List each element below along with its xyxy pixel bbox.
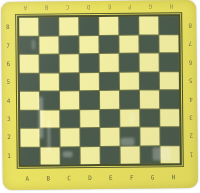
- coordinate-label: 7: [6, 36, 10, 54]
- square-d2[interactable]: [80, 128, 99, 146]
- square-d7[interactable]: [79, 36, 98, 54]
- square-f3[interactable]: [120, 109, 139, 127]
- square-d1[interactable]: [81, 147, 100, 165]
- coordinate-label: 5: [188, 71, 192, 89]
- square-g3[interactable]: [140, 109, 159, 127]
- square-c8[interactable]: [59, 17, 78, 35]
- coordinate-label: 8: [188, 16, 192, 34]
- rank-labels-right: 87654321: [184, 16, 197, 163]
- square-g1[interactable]: [141, 146, 160, 164]
- square-g6[interactable]: [140, 53, 159, 71]
- square-c5[interactable]: [60, 73, 79, 91]
- square-f7[interactable]: [119, 35, 138, 53]
- coordinate-label: D: [78, 4, 99, 10]
- square-e7[interactable]: [99, 35, 118, 53]
- coordinate-label: B: [38, 175, 59, 181]
- square-c4[interactable]: [60, 91, 79, 109]
- square-g2[interactable]: [140, 127, 159, 145]
- coordinate-label: 1: [189, 145, 193, 163]
- coordinate-label: D: [79, 175, 100, 181]
- coordinate-label: 5: [6, 73, 10, 91]
- coordinate-label: G: [140, 3, 161, 9]
- coordinate-label: H: [161, 3, 182, 9]
- square-a3[interactable]: [20, 110, 39, 128]
- square-h2[interactable]: [160, 127, 179, 145]
- square-h8[interactable]: [159, 16, 178, 34]
- coordinate-label: 1: [7, 147, 11, 165]
- square-b6[interactable]: [40, 54, 59, 72]
- square-h7[interactable]: [159, 35, 178, 53]
- coordinate-label: F: [121, 175, 142, 181]
- square-b4[interactable]: [40, 91, 59, 109]
- square-g7[interactable]: [139, 35, 158, 53]
- square-d8[interactable]: [79, 17, 98, 35]
- square-c6[interactable]: [60, 54, 79, 72]
- square-e6[interactable]: [100, 54, 119, 72]
- square-g4[interactable]: [140, 90, 159, 108]
- coordinate-label: 2: [189, 126, 193, 144]
- square-a6[interactable]: [20, 55, 39, 73]
- square-h1[interactable]: [161, 146, 180, 164]
- square-b8[interactable]: [39, 17, 58, 35]
- square-c3[interactable]: [60, 110, 79, 128]
- square-c1[interactable]: [61, 147, 80, 165]
- file-labels-top: ABCDEFGH: [15, 1, 182, 13]
- square-h4[interactable]: [160, 90, 179, 108]
- square-e1[interactable]: [101, 146, 120, 164]
- square-d5[interactable]: [80, 73, 99, 91]
- square-e8[interactable]: [99, 17, 118, 35]
- coordinate-label: 3: [189, 108, 193, 126]
- square-h5[interactable]: [160, 72, 179, 90]
- coordinate-label: G: [142, 174, 163, 180]
- rank-labels-left: 87654321: [2, 18, 15, 165]
- square-f8[interactable]: [119, 17, 138, 35]
- square-d3[interactable]: [80, 110, 99, 128]
- square-h6[interactable]: [160, 53, 179, 71]
- board-grid: [17, 14, 182, 167]
- square-e4[interactable]: [100, 91, 119, 109]
- coordinate-label: E: [99, 4, 120, 10]
- photo-background: ABCDEFGH 87654321 87654321 ABCDEFGH: [0, 0, 200, 193]
- coordinate-label: 4: [189, 90, 193, 108]
- square-a2[interactable]: [20, 129, 39, 147]
- square-a8[interactable]: [19, 18, 38, 36]
- coordinate-label: 4: [7, 91, 11, 109]
- coordinate-label: E: [100, 175, 121, 181]
- square-e3[interactable]: [100, 109, 119, 127]
- file-labels-bottom: ABCDEFGH: [17, 170, 184, 186]
- square-g5[interactable]: [140, 72, 159, 90]
- coordinate-label: 7: [188, 34, 192, 52]
- coordinate-label: 8: [6, 18, 10, 36]
- coordinate-label: H: [163, 174, 184, 180]
- coordinate-label: A: [15, 5, 36, 11]
- chess-board: ABCDEFGH 87654321 87654321 ABCDEFGH: [1, 0, 198, 190]
- square-f5[interactable]: [120, 72, 139, 90]
- square-f4[interactable]: [120, 91, 139, 109]
- square-a7[interactable]: [19, 36, 38, 54]
- square-f1[interactable]: [121, 146, 140, 164]
- coordinate-label: F: [119, 4, 140, 10]
- square-c7[interactable]: [59, 36, 78, 54]
- square-f2[interactable]: [120, 128, 139, 146]
- board-frame: [15, 12, 184, 169]
- square-b5[interactable]: [40, 73, 59, 91]
- square-e2[interactable]: [100, 128, 119, 146]
- square-c2[interactable]: [60, 128, 79, 146]
- square-b2[interactable]: [40, 128, 59, 146]
- coordinate-label: 3: [7, 110, 11, 128]
- coordinate-label: 2: [7, 128, 11, 146]
- coordinate-label: C: [57, 4, 78, 10]
- coordinate-label: 6: [188, 53, 192, 71]
- square-e5[interactable]: [100, 72, 119, 90]
- square-a4[interactable]: [20, 92, 39, 110]
- square-g8[interactable]: [139, 16, 158, 34]
- coordinate-label: 6: [6, 55, 10, 73]
- square-d6[interactable]: [80, 54, 99, 72]
- coordinate-label: B: [36, 4, 57, 10]
- square-d4[interactable]: [80, 91, 99, 109]
- square-b1[interactable]: [41, 147, 60, 165]
- coordinate-label: A: [17, 176, 38, 182]
- square-h3[interactable]: [160, 109, 179, 127]
- square-b3[interactable]: [40, 110, 59, 128]
- square-f6[interactable]: [120, 54, 139, 72]
- square-a5[interactable]: [20, 73, 39, 91]
- coordinate-label: C: [59, 175, 80, 181]
- square-a1[interactable]: [21, 147, 40, 165]
- square-b7[interactable]: [39, 36, 58, 54]
